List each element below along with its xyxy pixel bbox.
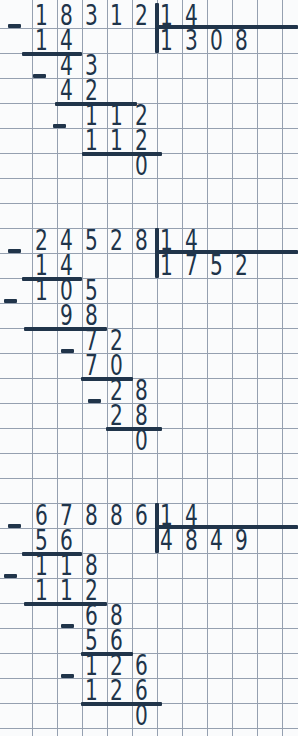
quotient-underline-1 (155, 25, 298, 29)
cell-r13c3-digit: 9 (58, 302, 76, 329)
subtraction-underline-1-3 (82, 152, 162, 156)
subtraction-underline-2-4 (106, 427, 162, 431)
quotient-underline-2 (155, 250, 298, 254)
cell-r10c6-digit: 8 (133, 227, 151, 254)
minus-sign-6 (61, 349, 74, 353)
subtraction-underline-3-1 (22, 552, 82, 556)
cell-r1c4-digit: 3 (83, 2, 101, 29)
subtraction-underline-2-3 (81, 377, 133, 381)
minus-sign-11 (61, 674, 74, 678)
cell-r4c3-digit: 4 (58, 77, 76, 104)
minus-sign-9 (4, 574, 17, 578)
cell-r24c3-digit: 1 (58, 577, 76, 604)
subtraction-underline-2-2 (24, 327, 107, 331)
cell-r21c5-digit: 8 (108, 502, 126, 529)
cell-r2c10-digit: 8 (233, 27, 251, 54)
cell-r2c9-digit: 0 (208, 27, 226, 54)
cell-r12c2-digit: 1 (33, 277, 51, 304)
cell-r11c8-digit: 7 (183, 252, 201, 279)
minus-sign-8 (8, 524, 21, 528)
minus-sign-3 (53, 124, 66, 128)
quotient-underline-3 (155, 525, 298, 529)
subtraction-underline-3-2 (24, 602, 107, 606)
cell-r2c8-digit: 3 (183, 27, 201, 54)
cell-r6c4-digit: 1 (83, 127, 101, 154)
cell-r24c2-digit: 1 (33, 577, 51, 604)
cell-r22c7-digit: 4 (158, 527, 176, 554)
minus-sign-5 (4, 299, 17, 303)
cell-r1c6-digit: 2 (133, 2, 151, 29)
minus-sign-4 (8, 249, 21, 253)
cell-r11c10-digit: 2 (233, 252, 251, 279)
cell-r2c2-digit: 1 (33, 27, 51, 54)
cell-r11c9-digit: 5 (208, 252, 226, 279)
minus-sign-10 (61, 624, 74, 628)
minus-sign-1 (8, 24, 21, 28)
minus-sign-7 (88, 399, 101, 403)
cell-r29c6-digit: 0 (133, 702, 151, 729)
cell-r28c5-digit: 2 (108, 677, 126, 704)
cell-r28c4-digit: 1 (83, 677, 101, 704)
cell-r15c4-digit: 7 (83, 352, 101, 379)
cell-r22c10-digit: 9 (233, 527, 251, 554)
cell-r10c4-digit: 5 (83, 227, 101, 254)
cell-r18c6-digit: 0 (133, 427, 151, 454)
cell-r22c9-digit: 4 (208, 527, 226, 554)
subtraction-underline-2-1 (22, 277, 82, 281)
cell-r7c6-digit: 0 (133, 152, 151, 179)
cell-r17c5-digit: 2 (108, 402, 126, 429)
subtraction-underline-3-4 (81, 702, 162, 706)
cell-r22c8-digit: 8 (183, 527, 201, 554)
subtraction-underline-3-3 (81, 652, 133, 656)
minus-sign-2 (33, 74, 46, 78)
squared-paper-worksheet: 1831214141308434211211202452814141752105… (0, 0, 298, 736)
cell-r6c5-digit: 1 (108, 127, 126, 154)
cell-r1c5-digit: 1 (108, 2, 126, 29)
cell-r10c5-digit: 2 (108, 227, 126, 254)
cell-r11c7-digit: 1 (158, 252, 176, 279)
cell-r21c6-digit: 6 (133, 502, 151, 529)
cell-r21c4-digit: 8 (83, 502, 101, 529)
cell-r2c7-digit: 1 (158, 27, 176, 54)
subtraction-underline-1-1 (22, 52, 82, 56)
subtraction-underline-1-2 (55, 102, 137, 106)
